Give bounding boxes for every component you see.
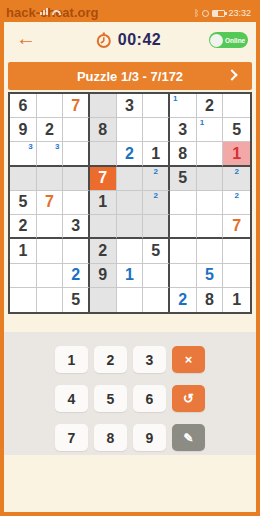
header-bar: ← 00:42 Online xyxy=(4,22,256,58)
cell-r1c6[interactable] xyxy=(143,94,170,118)
cell-r1c3[interactable]: 7 xyxy=(63,94,90,118)
cell-r4c9[interactable]: 2 xyxy=(223,167,250,191)
cell-r2c3[interactable] xyxy=(63,118,90,142)
cell-r6c4[interactable] xyxy=(90,215,117,239)
cell-r2c1[interactable]: 9 xyxy=(10,118,37,142)
key-5[interactable]: 5 xyxy=(94,385,127,412)
timer-group: 00:42 xyxy=(95,22,161,58)
cell-r6c2[interactable] xyxy=(37,215,64,239)
cell-r2c4[interactable]: 8 xyxy=(90,118,117,142)
key-7[interactable]: 7 xyxy=(55,424,88,451)
undo-button[interactable]: ↺ xyxy=(172,385,205,412)
cell-r2c7[interactable]: 3 xyxy=(170,118,197,142)
cell-r3c8[interactable] xyxy=(197,142,224,166)
cell-r3c1[interactable]: 3 xyxy=(10,142,37,166)
cell-r6c6[interactable] xyxy=(143,215,170,239)
cell-r5c8[interactable] xyxy=(197,191,224,215)
status-left-icons xyxy=(40,8,61,15)
cell-r1c7[interactable]: 1 xyxy=(170,94,197,118)
cell-r7c3[interactable] xyxy=(63,239,90,263)
pencil-mark: 1 xyxy=(173,94,177,103)
battery-icon xyxy=(212,10,225,17)
online-toggle[interactable]: Online xyxy=(209,32,248,48)
cell-r4c6[interactable]: 2 xyxy=(143,167,170,191)
cell-r8c4[interactable]: 9 xyxy=(90,264,117,288)
pencil-mark: 2 xyxy=(234,191,238,200)
sudoku-board: 6731292831533218172525712223712529155281 xyxy=(8,92,252,314)
cell-r2c5[interactable] xyxy=(117,118,144,142)
cell-r7c8[interactable] xyxy=(197,239,224,263)
cell-r6c9[interactable]: 7 xyxy=(223,215,250,239)
key-8[interactable]: 8 xyxy=(94,424,127,451)
cell-r9c1[interactable] xyxy=(10,288,37,312)
undo-icon: ↺ xyxy=(183,391,194,406)
clock-icon xyxy=(95,31,113,49)
toggle-label: Online xyxy=(225,37,245,44)
cell-r8c1[interactable] xyxy=(10,264,37,288)
cell-r3c2[interactable]: 3 xyxy=(37,142,64,166)
puzzle-title: Puzzle 1/3 - 7/172 xyxy=(77,69,183,84)
cell-r6c5[interactable] xyxy=(117,215,144,239)
cell-r3c7[interactable]: 8 xyxy=(170,142,197,166)
cell-r8c7[interactable] xyxy=(170,264,197,288)
cell-r7c6[interactable]: 5 xyxy=(143,239,170,263)
pencil-mark: 3 xyxy=(55,142,59,151)
cell-r9c5[interactable] xyxy=(117,288,144,312)
cell-r7c2[interactable] xyxy=(37,239,64,263)
cell-r5c4[interactable]: 1 xyxy=(90,191,117,215)
cell-r4c7[interactable]: 5 xyxy=(170,167,197,191)
cell-r3c5[interactable]: 2 xyxy=(117,142,144,166)
cell-r1c1[interactable]: 6 xyxy=(10,94,37,118)
cell-r2c6[interactable] xyxy=(143,118,170,142)
pencil-mark: 3 xyxy=(28,142,32,151)
cell-r9c9[interactable]: 1 xyxy=(223,288,250,312)
cell-r1c9[interactable] xyxy=(223,94,250,118)
cell-r5c7[interactable] xyxy=(170,191,197,215)
cell-r4c2[interactable] xyxy=(37,167,64,191)
pencil-mark: 2 xyxy=(153,191,157,200)
key-3[interactable]: 3 xyxy=(133,346,166,373)
status-right-icons: ᛒ 23:32 xyxy=(194,4,251,22)
cell-r7c5[interactable] xyxy=(117,239,144,263)
cell-r8c5[interactable]: 1 xyxy=(117,264,144,288)
bluetooth-icon: ᛒ xyxy=(194,9,199,18)
cell-r8c8[interactable]: 5 xyxy=(197,264,224,288)
cell-r4c8[interactable] xyxy=(197,167,224,191)
cell-r6c1[interactable]: 2 xyxy=(10,215,37,239)
cell-r7c9[interactable] xyxy=(223,239,250,263)
cell-r3c9[interactable]: 1 xyxy=(223,142,250,166)
cell-r7c7[interactable] xyxy=(170,239,197,263)
cell-r1c5[interactable]: 3 xyxy=(117,94,144,118)
cell-r6c3[interactable]: 3 xyxy=(63,215,90,239)
cell-r3c3[interactable] xyxy=(63,142,90,166)
cell-r3c6[interactable]: 1 xyxy=(143,142,170,166)
phone-frame: hack-cheat.org ᛒ 23:32 ← 0 xyxy=(0,0,260,516)
cell-r4c4[interactable]: 7 xyxy=(90,167,117,191)
status-time: 23:32 xyxy=(228,8,251,18)
cell-r7c1[interactable]: 1 xyxy=(10,239,37,263)
pencil-mark: 2 xyxy=(234,167,238,176)
cell-r3c4[interactable] xyxy=(90,142,117,166)
key-2[interactable]: 2 xyxy=(94,346,127,373)
timer-value: 00:42 xyxy=(118,31,161,49)
cell-r9c8[interactable]: 8 xyxy=(197,288,224,312)
erase-button[interactable]: × xyxy=(172,346,205,373)
cell-r4c1[interactable] xyxy=(10,167,37,191)
cell-r9c4[interactable] xyxy=(90,288,117,312)
key-1[interactable]: 1 xyxy=(55,346,88,373)
signal-icon xyxy=(40,8,48,15)
cell-r5c3[interactable] xyxy=(63,191,90,215)
cell-r1c2[interactable] xyxy=(37,94,64,118)
cell-r8c3[interactable]: 2 xyxy=(63,264,90,288)
cell-r5c1[interactable]: 5 xyxy=(10,191,37,215)
pencil-button[interactable]: ✎ xyxy=(172,424,205,451)
pencil-icon: ✎ xyxy=(183,431,193,445)
cell-r9c7[interactable]: 2 xyxy=(170,288,197,312)
cell-r5c2[interactable]: 7 xyxy=(37,191,64,215)
cell-r9c3[interactable]: 5 xyxy=(63,288,90,312)
vibrate-icon xyxy=(202,10,209,17)
key-9[interactable]: 9 xyxy=(133,424,166,451)
cell-r1c8[interactable]: 2 xyxy=(197,94,224,118)
status-bar: hack-cheat.org ᛒ 23:32 xyxy=(4,4,256,22)
cell-r5c5[interactable] xyxy=(117,191,144,215)
cell-r4c3[interactable] xyxy=(63,167,90,191)
cell-r1c4[interactable] xyxy=(90,94,117,118)
app-screen: hack-cheat.org ᛒ 23:32 ← 0 xyxy=(4,4,256,512)
cell-r9c6[interactable] xyxy=(143,288,170,312)
back-button[interactable]: ← xyxy=(16,27,36,50)
pencil-mark: 1 xyxy=(200,118,204,127)
cell-r6c8[interactable] xyxy=(197,215,224,239)
cell-r8c6[interactable] xyxy=(143,264,170,288)
bottom-spacer xyxy=(4,455,256,512)
number-keypad: 123×456↺789✎ xyxy=(4,332,256,455)
cell-r2c9[interactable]: 5 xyxy=(223,118,250,142)
cell-r2c8[interactable]: 1 xyxy=(197,118,224,142)
cell-r4c5[interactable] xyxy=(117,167,144,191)
cell-r2c2[interactable]: 2 xyxy=(37,118,64,142)
puzzle-banner: Puzzle 1/3 - 7/172 xyxy=(8,62,252,90)
pencil-mark: 2 xyxy=(153,167,157,176)
erase-icon: × xyxy=(185,352,193,367)
key-4[interactable]: 4 xyxy=(55,385,88,412)
cell-r6c7[interactable] xyxy=(170,215,197,239)
key-6[interactable]: 6 xyxy=(133,385,166,412)
next-puzzle-chevron-icon[interactable] xyxy=(226,69,237,80)
cell-r7c4[interactable]: 2 xyxy=(90,239,117,263)
cell-r8c2[interactable] xyxy=(37,264,64,288)
toggle-knob xyxy=(210,34,223,47)
cell-r8c9[interactable] xyxy=(223,264,250,288)
cell-r5c9[interactable]: 2 xyxy=(223,191,250,215)
cell-r5c6[interactable]: 2 xyxy=(143,191,170,215)
cell-r9c2[interactable] xyxy=(37,288,64,312)
wifi-icon xyxy=(52,10,61,15)
